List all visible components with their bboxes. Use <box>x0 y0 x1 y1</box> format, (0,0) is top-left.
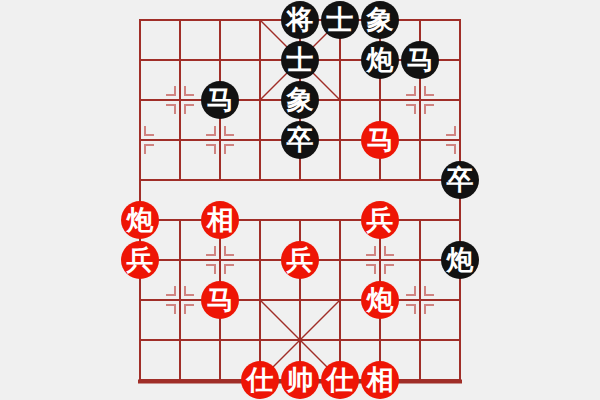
piece-red-pawn[interactable]: 兵 <box>121 241 159 279</box>
piece-black-advisor[interactable]: 士 <box>321 1 359 39</box>
piece-red-horse[interactable]: 马 <box>361 121 399 159</box>
piece-red-pawn[interactable]: 兵 <box>281 241 319 279</box>
piece-black-pawn[interactable]: 卒 <box>441 161 479 199</box>
piece-black-elephant[interactable]: 象 <box>281 81 319 119</box>
piece-black-advisor[interactable]: 士 <box>281 41 319 79</box>
piece-black-pawn[interactable]: 卒 <box>281 121 319 159</box>
piece-red-horse[interactable]: 马 <box>201 281 239 319</box>
piece-grid: 将士象士炮马马象卒卒炮马炮相兵兵兵马炮仕帅仕相 <box>120 0 480 400</box>
piece-black-cannon[interactable]: 炮 <box>361 41 399 79</box>
piece-red-advisor[interactable]: 仕 <box>321 361 359 399</box>
piece-black-elephant[interactable]: 象 <box>361 1 399 39</box>
piece-black-general[interactable]: 将 <box>281 1 319 39</box>
piece-red-cannon[interactable]: 炮 <box>121 201 159 239</box>
piece-red-elephant[interactable]: 相 <box>361 361 399 399</box>
xiangqi-board-screenshot: 将士象士炮马马象卒卒炮马炮相兵兵兵马炮仕帅仕相 <box>0 0 600 400</box>
piece-black-cannon[interactable]: 炮 <box>441 241 479 279</box>
piece-black-horse[interactable]: 马 <box>401 41 439 79</box>
piece-red-elephant[interactable]: 相 <box>201 201 239 239</box>
piece-red-cannon[interactable]: 炮 <box>361 281 399 319</box>
piece-black-horse[interactable]: 马 <box>201 81 239 119</box>
piece-red-advisor[interactable]: 仕 <box>241 361 279 399</box>
piece-red-general[interactable]: 帅 <box>281 361 319 399</box>
piece-red-pawn[interactable]: 兵 <box>361 201 399 239</box>
